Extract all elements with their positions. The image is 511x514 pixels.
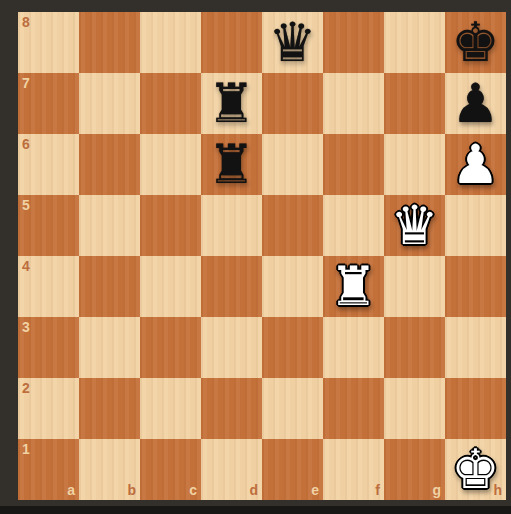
- piece-black-queen[interactable]: ♛: [262, 12, 323, 73]
- square-c6[interactable]: [140, 134, 201, 195]
- square-f7[interactable]: [323, 73, 384, 134]
- square-h2[interactable]: [445, 378, 506, 439]
- square-b3[interactable]: [79, 317, 140, 378]
- square-f6[interactable]: [323, 134, 384, 195]
- square-d5[interactable]: [201, 195, 262, 256]
- square-a8[interactable]: 8: [18, 12, 79, 73]
- square-b1[interactable]: b: [79, 439, 140, 500]
- square-d3[interactable]: [201, 317, 262, 378]
- square-c5[interactable]: [140, 195, 201, 256]
- square-d7[interactable]: ♜: [201, 73, 262, 134]
- square-a5[interactable]: 5: [18, 195, 79, 256]
- square-e1[interactable]: e: [262, 439, 323, 500]
- square-b4[interactable]: [79, 256, 140, 317]
- square-c2[interactable]: [140, 378, 201, 439]
- square-e2[interactable]: [262, 378, 323, 439]
- square-a6[interactable]: 6: [18, 134, 79, 195]
- rank-label-7: 7: [22, 76, 30, 90]
- square-c4[interactable]: [140, 256, 201, 317]
- square-f2[interactable]: [323, 378, 384, 439]
- square-g2[interactable]: [384, 378, 445, 439]
- piece-black-rook[interactable]: ♜: [201, 134, 262, 195]
- square-e3[interactable]: [262, 317, 323, 378]
- rank-label-1: 1: [22, 442, 30, 456]
- square-g3[interactable]: [384, 317, 445, 378]
- square-a4[interactable]: 4: [18, 256, 79, 317]
- board-frame: 8♛♚7♜♟6♜♟5♛4♜321abcdefgh♚: [0, 0, 511, 514]
- piece-white-king[interactable]: ♚: [445, 439, 506, 500]
- square-a3[interactable]: 3: [18, 317, 79, 378]
- file-label-g: g: [432, 483, 441, 497]
- square-f1[interactable]: f: [323, 439, 384, 500]
- square-a7[interactable]: 7: [18, 73, 79, 134]
- file-label-a: a: [67, 483, 75, 497]
- rank-label-2: 2: [22, 381, 30, 395]
- square-g7[interactable]: [384, 73, 445, 134]
- square-c3[interactable]: [140, 317, 201, 378]
- square-e7[interactable]: [262, 73, 323, 134]
- piece-white-queen[interactable]: ♛: [384, 195, 445, 256]
- chess-board: 8♛♚7♜♟6♜♟5♛4♜321abcdefgh♚: [18, 12, 506, 500]
- square-b8[interactable]: [79, 12, 140, 73]
- piece-black-king[interactable]: ♚: [445, 12, 506, 73]
- square-h8[interactable]: ♚: [445, 12, 506, 73]
- frame-bottom-edge: [0, 506, 511, 514]
- file-label-b: b: [127, 483, 136, 497]
- file-label-e: e: [311, 483, 319, 497]
- piece-white-rook[interactable]: ♜: [323, 256, 384, 317]
- square-b7[interactable]: [79, 73, 140, 134]
- square-g1[interactable]: g: [384, 439, 445, 500]
- square-b5[interactable]: [79, 195, 140, 256]
- square-a2[interactable]: 2: [18, 378, 79, 439]
- square-c1[interactable]: c: [140, 439, 201, 500]
- square-g8[interactable]: [384, 12, 445, 73]
- square-c8[interactable]: [140, 12, 201, 73]
- square-h7[interactable]: ♟: [445, 73, 506, 134]
- square-f8[interactable]: [323, 12, 384, 73]
- square-g5[interactable]: ♛: [384, 195, 445, 256]
- square-e4[interactable]: [262, 256, 323, 317]
- rank-label-6: 6: [22, 137, 30, 151]
- square-e8[interactable]: ♛: [262, 12, 323, 73]
- square-d8[interactable]: [201, 12, 262, 73]
- file-label-d: d: [249, 483, 258, 497]
- rank-label-4: 4: [22, 259, 30, 273]
- rank-label-3: 3: [22, 320, 30, 334]
- square-b6[interactable]: [79, 134, 140, 195]
- square-e5[interactable]: [262, 195, 323, 256]
- square-f4[interactable]: ♜: [323, 256, 384, 317]
- square-h1[interactable]: h♚: [445, 439, 506, 500]
- square-f3[interactable]: [323, 317, 384, 378]
- square-g4[interactable]: [384, 256, 445, 317]
- square-h6[interactable]: ♟: [445, 134, 506, 195]
- square-e6[interactable]: [262, 134, 323, 195]
- square-a1[interactable]: 1a: [18, 439, 79, 500]
- rank-label-8: 8: [22, 15, 30, 29]
- square-d6[interactable]: ♜: [201, 134, 262, 195]
- piece-white-pawn[interactable]: ♟: [445, 134, 506, 195]
- piece-black-pawn[interactable]: ♟: [445, 73, 506, 134]
- file-label-c: c: [189, 483, 197, 497]
- square-b2[interactable]: [79, 378, 140, 439]
- square-c7[interactable]: [140, 73, 201, 134]
- square-h5[interactable]: [445, 195, 506, 256]
- square-d1[interactable]: d: [201, 439, 262, 500]
- file-label-f: f: [375, 483, 380, 497]
- square-f5[interactable]: [323, 195, 384, 256]
- square-g6[interactable]: [384, 134, 445, 195]
- square-d4[interactable]: [201, 256, 262, 317]
- square-h3[interactable]: [445, 317, 506, 378]
- rank-label-5: 5: [22, 198, 30, 212]
- piece-black-rook[interactable]: ♜: [201, 73, 262, 134]
- square-d2[interactable]: [201, 378, 262, 439]
- square-h4[interactable]: [445, 256, 506, 317]
